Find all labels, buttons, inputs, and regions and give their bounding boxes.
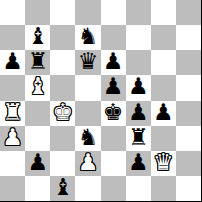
square-b5[interactable]: ♝ (25, 75, 50, 100)
square-h1[interactable] (176, 176, 201, 201)
square-a4[interactable]: ♜ (0, 101, 25, 126)
chess-board: ♝♞♟♜♛♟♝♟♟♜♚♚♟♟♟♞♜♟♟♟♛♝ (0, 0, 202, 202)
black-pawn: ♟ (103, 75, 124, 98)
square-g6[interactable] (151, 50, 176, 75)
square-b8[interactable] (25, 0, 50, 25)
square-c6[interactable] (50, 50, 75, 75)
square-e8[interactable] (101, 0, 126, 25)
black-pawn: ♟ (128, 75, 149, 98)
square-h4[interactable] (176, 101, 201, 126)
square-g3[interactable] (151, 126, 176, 151)
square-f2[interactable]: ♟ (126, 151, 151, 176)
square-f1[interactable] (126, 176, 151, 201)
square-b6[interactable]: ♜ (25, 50, 50, 75)
white-rook: ♜ (2, 101, 23, 124)
square-h8[interactable] (176, 0, 201, 25)
square-e1[interactable] (101, 176, 126, 201)
black-knight: ♞ (78, 25, 99, 48)
square-b7[interactable]: ♝ (25, 25, 50, 50)
square-c5[interactable] (50, 75, 75, 100)
white-king: ♚ (53, 101, 74, 124)
square-g2[interactable]: ♛ (151, 151, 176, 176)
black-pawn: ♟ (103, 50, 124, 73)
square-a6[interactable]: ♟ (0, 50, 25, 75)
black-pawn: ♟ (128, 101, 149, 124)
square-c1[interactable]: ♝ (50, 176, 75, 201)
white-pawn: ♟ (78, 151, 99, 174)
square-d8[interactable] (75, 0, 100, 25)
square-c8[interactable] (50, 0, 75, 25)
square-g1[interactable] (151, 176, 176, 201)
white-pawn: ♟ (2, 126, 23, 149)
square-a5[interactable] (0, 75, 25, 100)
square-b1[interactable] (25, 176, 50, 201)
square-b2[interactable]: ♟ (25, 151, 50, 176)
square-e6[interactable]: ♟ (101, 50, 126, 75)
square-b3[interactable] (25, 126, 50, 151)
black-pawn: ♟ (153, 101, 174, 124)
black-rook: ♜ (128, 126, 149, 149)
square-h6[interactable] (176, 50, 201, 75)
black-bishop: ♝ (27, 25, 48, 48)
square-a1[interactable] (0, 176, 25, 201)
square-e2[interactable] (101, 151, 126, 176)
square-g8[interactable] (151, 0, 176, 25)
square-c2[interactable] (50, 151, 75, 176)
square-a8[interactable] (0, 0, 25, 25)
square-h5[interactable] (176, 75, 201, 100)
square-d2[interactable]: ♟ (75, 151, 100, 176)
square-g7[interactable] (151, 25, 176, 50)
square-h3[interactable] (176, 126, 201, 151)
square-c4[interactable]: ♚ (50, 101, 75, 126)
square-e4[interactable]: ♚ (101, 101, 126, 126)
square-d7[interactable]: ♞ (75, 25, 100, 50)
square-f7[interactable] (126, 25, 151, 50)
square-e7[interactable] (101, 25, 126, 50)
black-pawn: ♟ (128, 151, 149, 174)
square-d5[interactable] (75, 75, 100, 100)
black-bishop: ♝ (53, 176, 74, 199)
black-rook: ♜ (27, 50, 48, 73)
square-d4[interactable] (75, 101, 100, 126)
square-g4[interactable]: ♟ (151, 101, 176, 126)
black-pawn: ♟ (27, 151, 48, 174)
white-queen: ♛ (153, 151, 174, 174)
white-bishop: ♝ (27, 75, 48, 98)
square-f5[interactable]: ♟ (126, 75, 151, 100)
square-c7[interactable] (50, 25, 75, 50)
square-e5[interactable]: ♟ (101, 75, 126, 100)
black-pawn: ♟ (2, 50, 23, 73)
black-knight: ♞ (78, 126, 99, 149)
square-d1[interactable] (75, 176, 100, 201)
square-d6[interactable]: ♛ (75, 50, 100, 75)
square-c3[interactable] (50, 126, 75, 151)
square-h7[interactable] (176, 25, 201, 50)
square-f3[interactable]: ♜ (126, 126, 151, 151)
square-d3[interactable]: ♞ (75, 126, 100, 151)
square-g5[interactable] (151, 75, 176, 100)
square-e3[interactable] (101, 126, 126, 151)
black-king: ♚ (103, 101, 124, 124)
black-queen: ♛ (78, 50, 99, 73)
square-a2[interactable] (0, 151, 25, 176)
square-a3[interactable]: ♟ (0, 126, 25, 151)
square-h2[interactable] (176, 151, 201, 176)
square-b4[interactable] (25, 101, 50, 126)
square-f4[interactable]: ♟ (126, 101, 151, 126)
square-f8[interactable] (126, 0, 151, 25)
square-a7[interactable] (0, 25, 25, 50)
square-f6[interactable] (126, 50, 151, 75)
